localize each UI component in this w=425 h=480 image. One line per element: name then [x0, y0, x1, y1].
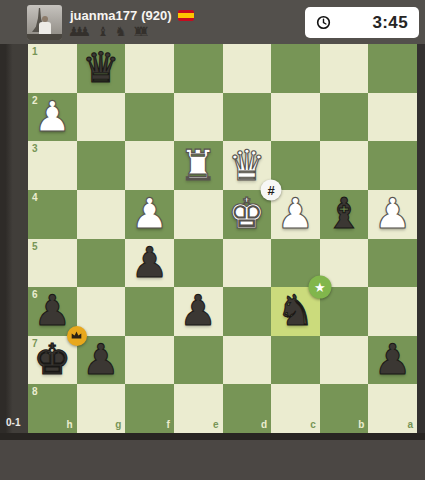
white-king-d4[interactable]: ♚ [228, 193, 266, 235]
top-captured-pieces: ♟♟♟♝♞♜♜ [68, 24, 150, 39]
square-f6[interactable] [125, 287, 174, 336]
clock-icon [316, 15, 331, 30]
file-label-b: b [358, 420, 364, 430]
photo-ground [27, 34, 62, 40]
top-player-rating: (920) [141, 8, 171, 23]
mate-badge-d4: # [261, 179, 282, 200]
square-e1[interactable] [174, 44, 223, 93]
captured-rooks-group: ♜♜ [132, 24, 149, 39]
bottom-player-bar: satriotomo (986) ♟♟♟♟♝♝♞♞♜+2 0:33 [0, 440, 425, 480]
square-f3[interactable] [125, 141, 174, 190]
square-b3[interactable] [320, 141, 369, 190]
black-pawn-a7[interactable]: ♟ [374, 339, 412, 381]
square-a1[interactable] [368, 44, 417, 93]
square-h2[interactable]: 2♟ [28, 93, 77, 142]
rank-label-2: 2 [32, 96, 38, 106]
black-pawn-h6[interactable]: ♟ [33, 290, 71, 332]
square-e3[interactable]: ♜ [174, 141, 223, 190]
square-f1[interactable] [125, 44, 174, 93]
black-king-h7[interactable]: ♚ [33, 339, 71, 381]
white-pawn-h2[interactable]: ♟ [33, 96, 71, 138]
captured-rook-icon: ♜ [138, 24, 150, 39]
rank-label-5: 5 [32, 242, 38, 252]
square-c7[interactable] [271, 336, 320, 385]
chess-app: juanma177 (920) ♟♟♟♝♞♜♜ 3:45 1♛2♟3♜♛4♟♚♟… [0, 0, 425, 480]
square-g8[interactable]: g [77, 384, 126, 433]
square-g5[interactable] [77, 239, 126, 288]
square-e6[interactable]: ♟ [174, 287, 223, 336]
square-d6[interactable] [223, 287, 272, 336]
square-a3[interactable] [368, 141, 417, 190]
black-queen-g1[interactable]: ♛ [82, 47, 120, 89]
square-b1[interactable] [320, 44, 369, 93]
square-g7[interactable]: ♟ [77, 336, 126, 385]
top-player-name-row: juanma177 (920) [70, 8, 194, 23]
board-left-gutter [0, 44, 28, 440]
square-f4[interactable]: ♟ [125, 190, 174, 239]
star-badge-c6: ★ [308, 276, 331, 299]
square-f2[interactable] [125, 93, 174, 142]
top-clock-time: 3:45 [331, 13, 408, 33]
square-f7[interactable] [125, 336, 174, 385]
white-pawn-c4[interactable]: ♟ [277, 193, 315, 235]
rank-label-1: 1 [32, 47, 38, 57]
square-b4[interactable]: ♝ [320, 190, 369, 239]
square-b7[interactable] [320, 336, 369, 385]
captured-bishop-icon: ♝ [97, 24, 109, 39]
square-a2[interactable] [368, 93, 417, 142]
square-d5[interactable] [223, 239, 272, 288]
square-g4[interactable] [77, 190, 126, 239]
black-pawn-f5[interactable]: ♟ [131, 242, 169, 284]
square-c8[interactable]: c [271, 384, 320, 433]
black-knight-c6[interactable]: ♞ [277, 290, 315, 332]
file-label-d: d [261, 420, 267, 430]
white-rook-e3[interactable]: ♜ [179, 145, 217, 187]
captured-bishops-group: ♝ [97, 24, 109, 39]
square-d2[interactable] [223, 93, 272, 142]
rank-label-4: 4 [32, 193, 38, 203]
square-h5[interactable]: 5 [28, 239, 77, 288]
square-e4[interactable] [174, 190, 223, 239]
black-pawn-e6[interactable]: ♟ [179, 290, 217, 332]
file-label-f: f [167, 420, 170, 430]
white-pawn-a4[interactable]: ♟ [374, 193, 412, 235]
square-a5[interactable] [368, 239, 417, 288]
square-a6[interactable] [368, 287, 417, 336]
rank-label-7: 7 [32, 339, 38, 349]
rank-label-6: 6 [32, 290, 38, 300]
file-label-e: e [213, 420, 219, 430]
square-e7[interactable] [174, 336, 223, 385]
top-player-clock: 3:45 [305, 7, 419, 38]
square-g2[interactable] [77, 93, 126, 142]
black-pawn-g7[interactable]: ♟ [82, 339, 120, 381]
file-label-c: c [310, 420, 316, 430]
captured-pawn-icon: ♟ [79, 24, 91, 39]
captured-knight-icon: ♞ [115, 24, 127, 39]
game-result-label: 0-1 [6, 417, 20, 428]
crown-icon [71, 331, 82, 340]
square-d8[interactable]: d [223, 384, 272, 433]
square-d7[interactable] [223, 336, 272, 385]
rank-label-8: 8 [32, 387, 38, 397]
square-e8[interactable]: e [174, 384, 223, 433]
black-bishop-b4[interactable]: ♝ [325, 193, 363, 235]
square-c1[interactable] [271, 44, 320, 93]
square-f5[interactable]: ♟ [125, 239, 174, 288]
square-g1[interactable]: ♛ [77, 44, 126, 93]
board-right-gutter [417, 44, 425, 440]
square-c2[interactable] [271, 93, 320, 142]
white-queen-d3[interactable]: ♛ [228, 145, 266, 187]
captured-knights-group: ♞ [115, 24, 127, 39]
captured-pawns-group: ♟♟♟ [68, 24, 91, 39]
square-d1[interactable] [223, 44, 272, 93]
top-player-name: juanma177 [70, 8, 137, 23]
top-player-avatar[interactable] [27, 5, 62, 40]
square-h3[interactable]: 3 [28, 141, 77, 190]
white-pawn-f4[interactable]: ♟ [131, 193, 169, 235]
crown-badge-h7 [67, 326, 87, 346]
board-bottom-strip [0, 433, 425, 440]
square-h8[interactable]: 8h [28, 384, 77, 433]
top-player-bar: juanma177 (920) ♟♟♟♝♞♜♜ 3:45 [0, 0, 425, 44]
square-b2[interactable] [320, 93, 369, 142]
square-f8[interactable]: f [125, 384, 174, 433]
square-a4[interactable]: ♟ [368, 190, 417, 239]
spain-flag-icon [178, 10, 194, 21]
rank-label-3: 3 [32, 144, 38, 154]
square-e5[interactable] [174, 239, 223, 288]
square-b8[interactable]: b [320, 384, 369, 433]
square-a8[interactable]: a [368, 384, 417, 433]
file-label-a: a [407, 420, 413, 430]
square-a7[interactable]: ♟ [368, 336, 417, 385]
square-h4[interactable]: 4 [28, 190, 77, 239]
file-label-h: h [67, 420, 73, 430]
file-label-g: g [115, 420, 121, 430]
square-h1[interactable]: 1 [28, 44, 77, 93]
square-e2[interactable] [174, 93, 223, 142]
square-g3[interactable] [77, 141, 126, 190]
chess-board[interactable]: 1♛2♟3♜♛4♟♚♟♝♟5♟6♟♟♞7♚♟♟8hgfedcba#★ [28, 44, 417, 433]
